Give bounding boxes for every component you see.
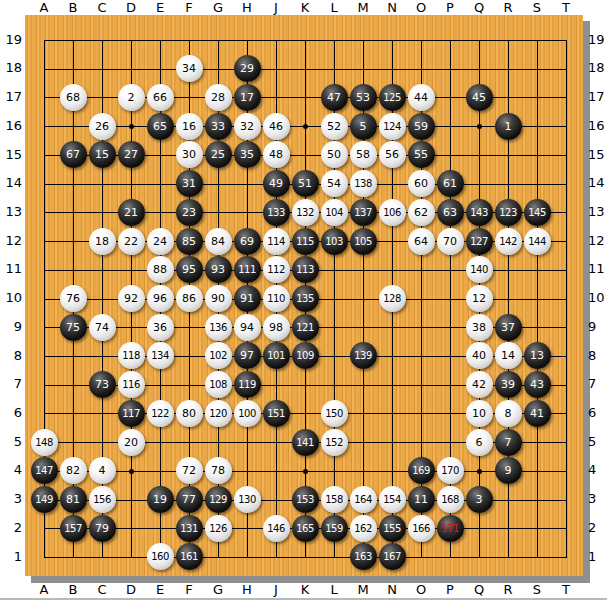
move-number: 20 [124, 437, 138, 448]
stone-M13-move-137[interactable]: 137 [350, 199, 377, 226]
stone-R9-move-37[interactable]: 37 [495, 314, 522, 341]
move-number: 93 [211, 264, 225, 275]
stone-A4-move-147[interactable]: 147 [31, 457, 58, 484]
move-number: 53 [356, 92, 370, 103]
stone-O14-move-60[interactable]: 60 [408, 170, 435, 197]
stone-D17-move-2[interactable]: 2 [118, 84, 145, 111]
stone-J10-move-110[interactable]: 110 [263, 285, 290, 312]
stone-J14-move-49[interactable]: 49 [263, 170, 290, 197]
stone-F14-move-31[interactable]: 31 [176, 170, 203, 197]
move-number: 10 [472, 408, 486, 419]
stone-Q13-move-143[interactable]: 143 [466, 199, 493, 226]
stone-R13-move-123[interactable]: 123 [495, 199, 522, 226]
row-label-left-10: 10 [0, 284, 22, 313]
move-number: 13 [530, 350, 544, 361]
stone-H18-move-29[interactable]: 29 [234, 55, 261, 82]
move-number: 113 [296, 264, 314, 275]
stone-M3-move-164[interactable]: 164 [350, 486, 377, 513]
col-label-bottom-D: D [117, 583, 146, 597]
move-number: 120 [209, 408, 227, 419]
col-label-bottom-P: P [436, 583, 465, 597]
move-number: 24 [153, 236, 167, 247]
stone-C15-move-15[interactable]: 15 [89, 141, 116, 168]
stone-P4-move-170[interactable]: 170 [437, 457, 464, 484]
stone-C16-move-26[interactable]: 26 [89, 113, 116, 140]
row-label-left-8: 8 [0, 342, 22, 371]
row-label-right-12: 12 [588, 227, 607, 256]
row-label-left-13: 13 [0, 198, 22, 227]
stone-G4-move-78[interactable]: 78 [205, 457, 232, 484]
move-number: 2 [128, 92, 135, 103]
row-labels-left: 19181716151413121110987654321 [0, 26, 22, 572]
move-number: 12 [472, 293, 486, 304]
stone-R8-move-14[interactable]: 14 [495, 342, 522, 369]
move-number: 147 [35, 465, 53, 476]
move-number: 28 [211, 92, 225, 103]
stone-J9-move-98[interactable]: 98 [263, 314, 290, 341]
stone-N16-move-124[interactable]: 124 [379, 113, 406, 140]
col-label-bottom-B: B [59, 583, 88, 597]
stone-O3-move-11[interactable]: 11 [408, 486, 435, 513]
stone-F4-move-72[interactable]: 72 [176, 457, 203, 484]
stone-P12-move-70[interactable]: 70 [437, 228, 464, 255]
move-number: 97 [240, 350, 254, 361]
stone-K11-move-113[interactable]: 113 [292, 256, 319, 283]
move-number: 142 [499, 236, 517, 247]
move-number: 56 [385, 149, 399, 160]
stone-K2-move-165[interactable]: 165 [292, 515, 319, 542]
stone-H3-move-130[interactable]: 130 [234, 486, 261, 513]
stone-Q17-move-45[interactable]: 45 [466, 84, 493, 111]
stone-N17-move-125[interactable]: 125 [379, 84, 406, 111]
move-number: 116 [122, 379, 140, 390]
stone-C3-move-156[interactable]: 156 [89, 486, 116, 513]
move-number: 125 [383, 92, 401, 103]
move-number: 109 [296, 350, 314, 361]
stone-H8-move-97[interactable]: 97 [234, 342, 261, 369]
stone-L15-move-50[interactable]: 50 [321, 141, 348, 168]
stone-N13-move-106[interactable]: 106 [379, 199, 406, 226]
stone-M14-move-138[interactable]: 138 [350, 170, 377, 197]
row-label-left-16: 16 [0, 112, 22, 141]
stone-B10-move-76[interactable]: 76 [60, 285, 87, 312]
row-label-right-17: 17 [588, 83, 607, 112]
stone-Q9-move-38[interactable]: 38 [466, 314, 493, 341]
move-number: 14 [501, 350, 515, 361]
move-number: 170 [441, 465, 459, 476]
row-label-left-19: 19 [0, 26, 22, 55]
stone-S6-move-41[interactable]: 41 [524, 400, 551, 427]
stone-O4-move-169[interactable]: 169 [408, 457, 435, 484]
move-number: 54 [327, 178, 341, 189]
col-label-top-C: C [88, 1, 117, 15]
move-number: 6 [476, 437, 483, 448]
stone-E1-move-160[interactable]: 160 [147, 543, 174, 570]
row-label-right-9: 9 [588, 313, 607, 342]
row-label-left-7: 7 [0, 370, 22, 399]
stone-K8-move-109[interactable]: 109 [292, 342, 319, 369]
row-label-left-17: 17 [0, 83, 22, 112]
stone-B3-move-81[interactable]: 81 [60, 486, 87, 513]
move-number: 91 [240, 293, 254, 304]
move-number: 137 [354, 207, 372, 218]
move-number: 43 [530, 379, 544, 390]
stone-F13-move-23[interactable]: 23 [176, 199, 203, 226]
row-label-right-14: 14 [588, 169, 607, 198]
move-number: 122 [151, 408, 169, 419]
stone-L6-move-150[interactable]: 150 [321, 400, 348, 427]
stone-E12-move-24[interactable]: 24 [147, 228, 174, 255]
move-number: 61 [443, 178, 457, 189]
stone-L12-move-103[interactable]: 103 [321, 228, 348, 255]
move-number: 82 [66, 465, 80, 476]
move-number: 138 [354, 178, 372, 189]
stone-G9-move-136[interactable]: 136 [205, 314, 232, 341]
col-label-top-R: R [494, 1, 523, 15]
stone-J13-move-133[interactable]: 133 [263, 199, 290, 226]
col-label-bottom-S: S [523, 583, 552, 597]
stone-H6-move-100[interactable]: 100 [234, 400, 261, 427]
stone-M1-move-163[interactable]: 163 [350, 543, 377, 570]
stone-D13-move-21[interactable]: 21 [118, 199, 145, 226]
stone-Q10-move-12[interactable]: 12 [466, 285, 493, 312]
stone-G7-move-108[interactable]: 108 [205, 371, 232, 398]
stone-S8-move-13[interactable]: 13 [524, 342, 551, 369]
stone-H7-move-119[interactable]: 119 [234, 371, 261, 398]
stone-G17-move-28[interactable]: 28 [205, 84, 232, 111]
row-label-left-12: 12 [0, 227, 22, 256]
stone-E8-move-134[interactable]: 134 [147, 342, 174, 369]
stone-A3-move-149[interactable]: 149 [31, 486, 58, 513]
stone-M17-move-53[interactable]: 53 [350, 84, 377, 111]
stone-D15-move-27[interactable]: 27 [118, 141, 145, 168]
stone-G15-move-25[interactable]: 25 [205, 141, 232, 168]
stone-Q11-move-140[interactable]: 140 [466, 256, 493, 283]
stone-G12-move-84[interactable]: 84 [205, 228, 232, 255]
stone-K13-move-132[interactable]: 132 [292, 199, 319, 226]
stone-B9-move-75[interactable]: 75 [60, 314, 87, 341]
stone-M16-move-5[interactable]: 5 [350, 113, 377, 140]
move-number: 76 [66, 293, 80, 304]
stone-K14-move-51[interactable]: 51 [292, 170, 319, 197]
col-label-top-Q: Q [465, 1, 494, 15]
move-number: 148 [35, 437, 53, 448]
stone-J12-move-114[interactable]: 114 [263, 228, 290, 255]
stone-O12-move-64[interactable]: 64 [408, 228, 435, 255]
stone-B15-move-67[interactable]: 67 [60, 141, 87, 168]
row-label-left-14: 14 [0, 169, 22, 198]
stone-O13-move-62[interactable]: 62 [408, 199, 435, 226]
stone-Q5-move-6[interactable]: 6 [466, 429, 493, 456]
stone-F11-move-95[interactable]: 95 [176, 256, 203, 283]
row-label-left-1: 1 [0, 543, 22, 572]
move-number: 52 [327, 121, 341, 132]
stone-H10-move-91[interactable]: 91 [234, 285, 261, 312]
col-label-bottom-C: C [88, 583, 117, 597]
move-number: 159 [325, 523, 343, 534]
stone-F1-move-161[interactable]: 161 [176, 543, 203, 570]
stone-C2-move-79[interactable]: 79 [89, 515, 116, 542]
col-label-bottom-E: E [146, 583, 175, 597]
stone-O15-move-55[interactable]: 55 [408, 141, 435, 168]
stone-H11-move-111[interactable]: 111 [234, 256, 261, 283]
move-number: 90 [211, 293, 225, 304]
stone-C4-move-4[interactable]: 4 [89, 457, 116, 484]
move-number: 29 [240, 63, 254, 74]
row-label-right-19: 19 [588, 26, 607, 55]
stone-G6-move-120[interactable]: 120 [205, 400, 232, 427]
row-label-left-9: 9 [0, 313, 22, 342]
stone-P2-move-171[interactable]: 171 [437, 515, 464, 542]
row-label-left-6: 6 [0, 399, 22, 428]
stone-H9-move-94[interactable]: 94 [234, 314, 261, 341]
move-number: 48 [269, 149, 283, 160]
move-number: 156 [93, 494, 111, 505]
move-number: 31 [182, 178, 196, 189]
move-number: 135 [296, 293, 314, 304]
stone-E16-move-65[interactable]: 65 [147, 113, 174, 140]
move-number: 22 [124, 236, 138, 247]
stone-K9-move-121[interactable]: 121 [292, 314, 319, 341]
stone-E6-move-122[interactable]: 122 [147, 400, 174, 427]
stone-P13-move-63[interactable]: 63 [437, 199, 464, 226]
stone-N3-move-154[interactable]: 154 [379, 486, 406, 513]
move-number: 146 [267, 523, 285, 534]
move-number: 98 [269, 322, 283, 333]
row-label-right-6: 6 [588, 399, 607, 428]
stone-G2-move-126[interactable]: 126 [205, 515, 232, 542]
stone-J15-move-48[interactable]: 48 [263, 141, 290, 168]
stone-E10-move-96[interactable]: 96 [147, 285, 174, 312]
stone-M2-move-162[interactable]: 162 [350, 515, 377, 542]
move-number: 25 [211, 149, 225, 160]
stone-N1-move-167[interactable]: 167 [379, 543, 406, 570]
move-number: 7 [505, 437, 512, 448]
stone-G10-move-90[interactable]: 90 [205, 285, 232, 312]
stone-D6-move-117[interactable]: 117 [118, 400, 145, 427]
stone-S13-move-145[interactable]: 145 [524, 199, 551, 226]
stone-N15-move-56[interactable]: 56 [379, 141, 406, 168]
stone-L16-move-52[interactable]: 52 [321, 113, 348, 140]
move-number: 150 [325, 408, 343, 419]
stone-Q7-move-42[interactable]: 42 [466, 371, 493, 398]
stone-G3-move-129[interactable]: 129 [205, 486, 232, 513]
row-label-right-18: 18 [588, 54, 607, 83]
stone-F2-move-131[interactable]: 131 [176, 515, 203, 542]
move-number: 78 [211, 465, 225, 476]
stone-L13-move-104[interactable]: 104 [321, 199, 348, 226]
col-label-bottom-M: M [349, 583, 378, 597]
stone-G16-move-33[interactable]: 33 [205, 113, 232, 140]
stone-Q6-move-10[interactable]: 10 [466, 400, 493, 427]
move-number: 94 [240, 322, 254, 333]
move-number: 19 [153, 494, 167, 505]
row-label-left-11: 11 [0, 255, 22, 284]
stone-B4-move-82[interactable]: 82 [60, 457, 87, 484]
stone-E17-move-66[interactable]: 66 [147, 84, 174, 111]
stone-G11-move-93[interactable]: 93 [205, 256, 232, 283]
stone-K5-move-141[interactable]: 141 [292, 429, 319, 456]
stone-D12-move-22[interactable]: 22 [118, 228, 145, 255]
stone-D7-move-116[interactable]: 116 [118, 371, 145, 398]
move-number: 117 [122, 408, 140, 419]
col-label-bottom-L: L [320, 583, 349, 597]
stone-O17-move-44[interactable]: 44 [408, 84, 435, 111]
stone-L14-move-54[interactable]: 54 [321, 170, 348, 197]
move-number: 18 [95, 236, 109, 247]
col-label-top-A: A [30, 1, 59, 15]
move-number: 37 [501, 322, 515, 333]
stone-F18-move-34[interactable]: 34 [176, 55, 203, 82]
stone-A5-move-148[interactable]: 148 [31, 429, 58, 456]
move-number: 136 [209, 322, 227, 333]
col-label-bottom-A: A [30, 583, 59, 597]
move-number: 32 [240, 121, 254, 132]
move-number: 104 [325, 207, 343, 218]
stone-J11-move-112[interactable]: 112 [263, 256, 290, 283]
move-number: 81 [66, 494, 80, 505]
stone-E11-move-88[interactable]: 88 [147, 256, 174, 283]
stone-H17-move-17[interactable]: 17 [234, 84, 261, 111]
stone-D5-move-20[interactable]: 20 [118, 429, 145, 456]
window-pane-divider [0, 598, 607, 600]
stone-M8-move-139[interactable]: 139 [350, 342, 377, 369]
move-number: 85 [182, 236, 196, 247]
col-label-bottom-K: K [291, 583, 320, 597]
move-number: 35 [240, 149, 254, 160]
stone-Q3-move-3[interactable]: 3 [466, 486, 493, 513]
stone-R6-move-8[interactable]: 8 [495, 400, 522, 427]
stone-F6-move-80[interactable]: 80 [176, 400, 203, 427]
stone-D8-move-118[interactable]: 118 [118, 342, 145, 369]
move-number: 51 [298, 178, 312, 189]
move-number: 75 [66, 322, 80, 333]
move-number: 145 [528, 207, 546, 218]
stone-L3-move-158[interactable]: 158 [321, 486, 348, 513]
stone-N10-move-128[interactable]: 128 [379, 285, 406, 312]
move-number: 134 [151, 350, 169, 361]
move-number: 100 [238, 408, 256, 419]
stone-C9-move-74[interactable]: 74 [89, 314, 116, 341]
move-number: 133 [267, 207, 285, 218]
move-number: 114 [267, 236, 285, 247]
col-label-top-H: H [233, 1, 262, 15]
stone-R4-move-9[interactable]: 9 [495, 457, 522, 484]
move-number: 108 [209, 379, 227, 390]
move-number: 77 [182, 494, 196, 505]
move-number: 16 [182, 121, 196, 132]
stone-F10-move-86[interactable]: 86 [176, 285, 203, 312]
move-number: 115 [296, 236, 314, 247]
stone-L5-move-152[interactable]: 152 [321, 429, 348, 456]
move-number: 73 [95, 379, 109, 390]
move-number: 103 [325, 236, 343, 247]
stone-S7-move-43[interactable]: 43 [524, 371, 551, 398]
stone-S12-move-144[interactable]: 144 [524, 228, 551, 255]
stone-H15-move-35[interactable]: 35 [234, 141, 261, 168]
col-label-bottom-N: N [378, 583, 407, 597]
stone-J2-move-146[interactable]: 146 [263, 515, 290, 542]
move-number: 74 [95, 322, 109, 333]
stone-B2-move-157[interactable]: 157 [60, 515, 87, 542]
stone-O2-move-166[interactable]: 166 [408, 515, 435, 542]
stone-R5-move-7[interactable]: 7 [495, 429, 522, 456]
move-number: 45 [472, 92, 486, 103]
stone-L2-move-159[interactable]: 159 [321, 515, 348, 542]
stone-F16-move-16[interactable]: 16 [176, 113, 203, 140]
stone-D10-move-92[interactable]: 92 [118, 285, 145, 312]
move-number: 152 [325, 437, 343, 448]
stone-C12-move-18[interactable]: 18 [89, 228, 116, 255]
move-number: 1 [505, 121, 512, 132]
stone-Q12-move-127[interactable]: 127 [466, 228, 493, 255]
stone-grid[interactable]: 3429682662817475312544452665163332465251… [30, 26, 581, 572]
stone-K3-move-153[interactable]: 153 [292, 486, 319, 513]
move-number: 8 [505, 408, 512, 419]
move-number: 141 [296, 437, 314, 448]
col-label-bottom-G: G [204, 583, 233, 597]
stone-R12-move-142[interactable]: 142 [495, 228, 522, 255]
stone-R16-move-1[interactable]: 1 [495, 113, 522, 140]
col-label-top-M: M [349, 1, 378, 15]
stone-F3-move-77[interactable]: 77 [176, 486, 203, 513]
move-number: 9 [505, 465, 512, 476]
row-label-right-16: 16 [588, 112, 607, 141]
stone-Q8-move-40[interactable]: 40 [466, 342, 493, 369]
stone-H16-move-32[interactable]: 32 [234, 113, 261, 140]
move-number: 149 [35, 494, 53, 505]
stone-L17-move-47[interactable]: 47 [321, 84, 348, 111]
stone-F12-move-85[interactable]: 85 [176, 228, 203, 255]
stone-P14-move-61[interactable]: 61 [437, 170, 464, 197]
col-label-top-K: K [291, 1, 320, 15]
column-labels-bottom: ABCDEFGHJKLMNOPQRST [30, 583, 581, 597]
move-number: 65 [153, 121, 167, 132]
row-label-right-10: 10 [588, 284, 607, 313]
move-number: 70 [443, 236, 457, 247]
stone-M15-move-58[interactable]: 58 [350, 141, 377, 168]
stone-N2-move-155[interactable]: 155 [379, 515, 406, 542]
stone-E3-move-19[interactable]: 19 [147, 486, 174, 513]
stone-M12-move-105[interactable]: 105 [350, 228, 377, 255]
move-number: 165 [296, 523, 314, 534]
stone-P3-move-168[interactable]: 168 [437, 486, 464, 513]
move-number: 67 [66, 149, 80, 160]
stone-O16-move-59[interactable]: 59 [408, 113, 435, 140]
stone-B17-move-68[interactable]: 68 [60, 84, 87, 111]
move-number: 59 [414, 121, 428, 132]
stone-E9-move-36[interactable]: 36 [147, 314, 174, 341]
stone-F15-move-30[interactable]: 30 [176, 141, 203, 168]
move-number: 79 [95, 523, 109, 534]
stone-K10-move-135[interactable]: 135 [292, 285, 319, 312]
stone-J8-move-101[interactable]: 101 [263, 342, 290, 369]
stone-H12-move-69[interactable]: 69 [234, 228, 261, 255]
move-number: 127 [470, 236, 488, 247]
row-label-right-8: 8 [588, 342, 607, 371]
col-label-bottom-J: J [262, 583, 291, 597]
col-label-top-E: E [146, 1, 175, 15]
row-label-right-15: 15 [588, 141, 607, 170]
stone-J16-move-46[interactable]: 46 [263, 113, 290, 140]
stone-R7-move-39[interactable]: 39 [495, 371, 522, 398]
move-number: 112 [267, 264, 285, 275]
stone-G8-move-102[interactable]: 102 [205, 342, 232, 369]
stone-J6-move-151[interactable]: 151 [263, 400, 290, 427]
move-number: 123 [499, 207, 517, 218]
stone-K12-move-115[interactable]: 115 [292, 228, 319, 255]
stone-C7-move-73[interactable]: 73 [89, 371, 116, 398]
